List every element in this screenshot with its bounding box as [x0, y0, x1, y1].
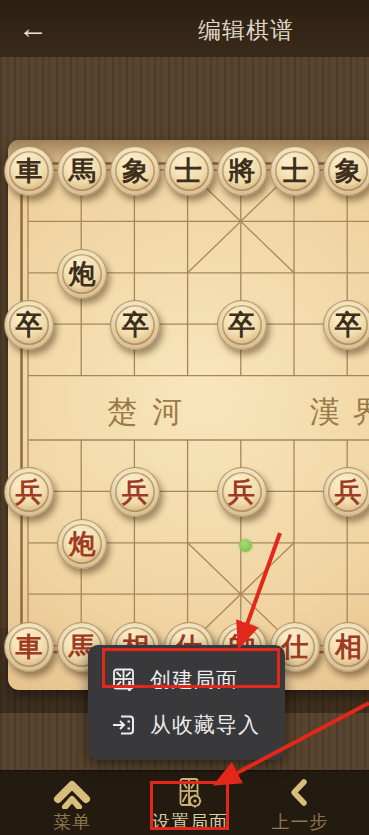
import-collection-icon	[111, 712, 137, 738]
bottom-bar: 菜单	[0, 770, 369, 835]
create-board-icon	[111, 667, 137, 693]
piece-red-相[interactable]: 相	[323, 622, 369, 672]
piece-red-車[interactable]: 車	[4, 622, 54, 672]
xiangqi-board[interactable]: 楚河 漢界	[8, 140, 369, 690]
piece-red-兵[interactable]: 兵	[323, 467, 369, 517]
river-label-left: 楚河	[107, 392, 197, 432]
piece-black-將[interactable]: 將	[217, 146, 267, 196]
river-label-right: 漢界	[310, 392, 369, 432]
board-setup-icon	[176, 777, 204, 809]
piece-black-車[interactable]: 車	[4, 146, 54, 196]
piece-red-兵[interactable]: 兵	[217, 467, 267, 517]
menu-item-label: 创建局面	[150, 666, 238, 694]
menu-item-label: 从收藏导入	[150, 711, 260, 739]
menu-item-import-collection[interactable]: 从收藏导入	[88, 711, 285, 739]
page-title: 编辑棋谱	[198, 15, 294, 46]
piece-red-炮[interactable]: 炮	[57, 519, 107, 569]
menu-icon	[50, 777, 94, 809]
nav-setup-position-button[interactable]: 设置局面	[145, 777, 235, 834]
chevron-left-icon	[288, 777, 312, 809]
piece-black-卒[interactable]: 卒	[217, 300, 267, 350]
piece-black-馬[interactable]: 馬	[57, 146, 107, 196]
nav-setup-label: 设置局面	[145, 810, 235, 834]
nav-previous-step-label: 上一步	[255, 810, 345, 834]
nav-menu-button[interactable]: 菜单	[27, 777, 117, 834]
nav-previous-step-button[interactable]: 上一步	[255, 777, 345, 834]
header: ← 编辑棋谱	[0, 0, 369, 57]
piece-black-炮[interactable]: 炮	[57, 249, 107, 299]
piece-black-卒[interactable]: 卒	[323, 300, 369, 350]
menu-item-create-position[interactable]: 创建局面	[88, 666, 285, 694]
piece-black-士[interactable]: 士	[270, 146, 320, 196]
nav-menu-label: 菜单	[27, 810, 117, 834]
app-screen: ← 编辑棋谱 楚河	[0, 0, 369, 835]
back-arrow-icon[interactable]: ←	[16, 12, 50, 46]
setup-popup-menu: 创建局面 从收藏导入	[88, 645, 285, 760]
piece-black-卒[interactable]: 卒	[4, 300, 54, 350]
piece-black-象[interactable]: 象	[323, 146, 369, 196]
piece-black-士[interactable]: 士	[164, 146, 214, 196]
